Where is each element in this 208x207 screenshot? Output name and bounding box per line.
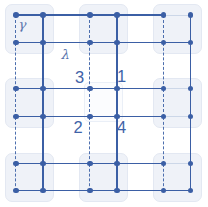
edge-faint-horizontal <box>164 163 191 164</box>
vertex-label-3: 3 <box>75 68 84 85</box>
highlight-block <box>5 78 54 128</box>
edge-dashed-vertical <box>15 164 16 191</box>
edge-faint-horizontal <box>164 116 191 117</box>
edge-dashed-vertical <box>89 43 90 89</box>
grid-dot <box>87 40 93 46</box>
grid-dot <box>40 40 46 46</box>
vertex-label-1: 1 <box>117 67 126 84</box>
highlight-block <box>5 153 54 202</box>
grid-dot <box>40 161 46 167</box>
grid-dot <box>40 86 46 92</box>
edge-solid-vertical <box>42 89 44 117</box>
grid-dot <box>13 161 19 167</box>
gamma-label: γ <box>18 18 26 31</box>
edge-solid-vertical <box>116 89 118 117</box>
edge-dashed-vertical <box>89 89 90 117</box>
grid-dot <box>40 114 46 120</box>
edge-solid-vertical <box>116 164 118 191</box>
grid-dot <box>87 188 93 194</box>
highlight-block <box>5 4 54 54</box>
grid-dot <box>87 161 93 167</box>
edge-solid-horizontal <box>90 14 117 16</box>
grid-dot <box>188 12 194 18</box>
grid-dot <box>13 86 19 92</box>
grid-dot <box>114 12 120 18</box>
highlight-block <box>153 78 202 128</box>
lambda-label: λ <box>60 48 68 61</box>
edge-dashed-vertical <box>163 15 164 43</box>
board: γλ3124 <box>0 0 208 207</box>
edge-solid-vertical <box>42 164 44 191</box>
edge-faint-horizontal <box>164 15 191 16</box>
grid-dot <box>13 114 19 120</box>
highlight-block <box>153 4 202 54</box>
edge-dashed-vertical <box>89 164 90 191</box>
edge-faint-horizontal <box>164 88 191 89</box>
grid-dot <box>87 86 93 92</box>
grid-dot <box>87 114 93 120</box>
edge-dashed-vertical <box>15 89 16 117</box>
edge-dashed-vertical <box>163 164 164 191</box>
edge-dashed-vertical <box>15 117 16 164</box>
edge-dashed-vertical <box>163 43 164 89</box>
grid-dot <box>114 188 120 194</box>
grid-dot <box>13 188 19 194</box>
grid-dot <box>87 12 93 18</box>
grid-dot <box>40 188 46 194</box>
grid-dot <box>114 40 120 46</box>
grid-dot <box>13 40 19 46</box>
edge-dashed-vertical <box>163 89 164 117</box>
highlight-block <box>79 153 128 202</box>
grid-dot <box>114 161 120 167</box>
highlight-block <box>79 4 128 54</box>
edge-dashed-vertical <box>89 15 90 43</box>
vertex-label-2: 2 <box>73 118 82 135</box>
edge-solid-vertical <box>42 43 44 89</box>
edge-dashed-vertical <box>15 43 16 89</box>
grid-dot <box>161 12 167 18</box>
edge-solid-horizontal <box>117 14 164 16</box>
edge-dashed-vertical <box>15 15 16 43</box>
edge-dashed-vertical <box>163 117 164 164</box>
edge-solid-vertical <box>42 117 44 164</box>
grid-dot <box>40 12 46 18</box>
highlight-block <box>153 153 202 202</box>
edge-solid-horizontal <box>43 14 90 16</box>
grid-dot <box>114 86 120 92</box>
vertex-label-4: 4 <box>117 119 126 136</box>
edge-solid-vertical <box>42 15 44 43</box>
edge-solid-vertical <box>116 15 118 43</box>
edge-dashed-vertical <box>89 117 90 164</box>
